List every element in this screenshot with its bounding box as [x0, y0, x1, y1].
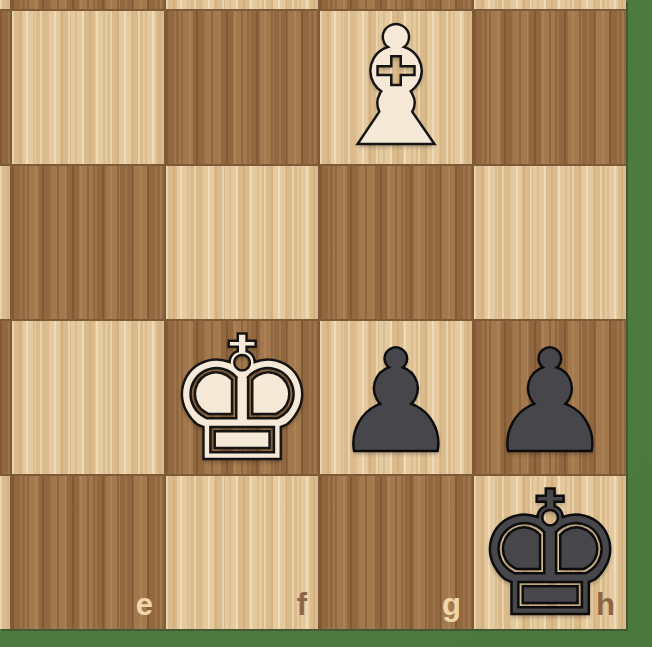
square-f2[interactable]: ♚ — [166, 321, 318, 474]
square-h5[interactable] — [474, 0, 626, 9]
square-h1[interactable]: h♚ — [474, 476, 626, 629]
square-e5[interactable] — [12, 0, 164, 9]
black-pawn-h2[interactable]: ♟ — [486, 331, 613, 473]
square-h3[interactable] — [474, 166, 626, 319]
square-g4[interactable]: ♝ — [320, 11, 472, 164]
square-e4[interactable] — [12, 11, 164, 164]
file-label-g: g — [442, 587, 461, 623]
white-king-f2[interactable]: ♚ — [165, 314, 319, 486]
square-d4[interactable] — [0, 11, 10, 164]
file-label-e: e — [136, 587, 153, 623]
square-h4[interactable] — [474, 11, 626, 164]
chess-board: ♝♚♟♟efgh♚ — [0, 0, 626, 629]
square-d3[interactable] — [0, 166, 10, 319]
square-h2[interactable]: ♟ — [474, 321, 626, 474]
square-g3[interactable] — [320, 166, 472, 319]
square-f5[interactable] — [166, 0, 318, 9]
square-g1[interactable]: g — [320, 476, 472, 629]
square-d5[interactable] — [0, 0, 10, 9]
file-label-f: f — [297, 587, 307, 623]
white-bishop-g4[interactable]: ♝ — [322, 6, 469, 170]
black-pawn-g2[interactable]: ♟ — [332, 331, 459, 473]
square-e1[interactable]: e — [12, 476, 164, 629]
square-d2[interactable] — [0, 321, 10, 474]
table-background: ♝♚♟♟efgh♚ — [0, 0, 652, 647]
square-f3[interactable] — [166, 166, 318, 319]
square-d1[interactable] — [0, 476, 10, 629]
square-e3[interactable] — [12, 166, 164, 319]
square-f4[interactable] — [166, 11, 318, 164]
black-king-h1[interactable]: ♚ — [473, 469, 627, 641]
square-g2[interactable]: ♟ — [320, 321, 472, 474]
square-e2[interactable] — [12, 321, 164, 474]
